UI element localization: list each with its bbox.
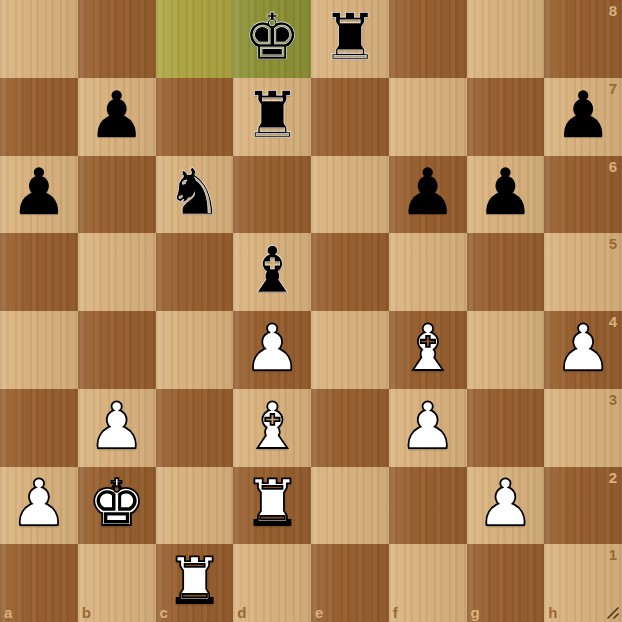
- square-c5[interactable]: [156, 233, 234, 311]
- square-f4[interactable]: ♝: [389, 311, 467, 389]
- square-c1[interactable]: ♜c: [156, 544, 234, 622]
- board-resize-handle[interactable]: [605, 605, 620, 620]
- file-label-c: c: [160, 604, 168, 621]
- piece-black-rook-d7[interactable]: ♜: [243, 83, 300, 151]
- square-a8[interactable]: [0, 0, 78, 78]
- square-d2[interactable]: ♜: [233, 467, 311, 545]
- square-g3[interactable]: [467, 389, 545, 467]
- square-g4[interactable]: [467, 311, 545, 389]
- square-e6[interactable]: [311, 156, 389, 234]
- square-c7[interactable]: [156, 78, 234, 156]
- square-f3[interactable]: ♟: [389, 389, 467, 467]
- piece-white-rook-d2[interactable]: ♜: [243, 471, 300, 539]
- piece-white-pawn-f3[interactable]: ♟: [399, 394, 456, 462]
- chess-board-container: ♚♜8♟♜♟7♟♞♟♟6♝5♟♝♟4♟♝♟3♟♚♜♟2ab♜cdefg1h: [0, 0, 622, 622]
- square-a5[interactable]: [0, 233, 78, 311]
- piece-black-pawn-g6[interactable]: ♟: [477, 160, 534, 228]
- file-label-b: b: [82, 604, 91, 621]
- square-a1[interactable]: a: [0, 544, 78, 622]
- piece-black-pawn-b7[interactable]: ♟: [88, 83, 145, 151]
- square-b5[interactable]: [78, 233, 156, 311]
- file-label-f: f: [393, 604, 398, 621]
- piece-black-bishop-d5[interactable]: ♝: [243, 238, 300, 306]
- piece-white-king-b2[interactable]: ♚: [88, 471, 145, 539]
- square-c8[interactable]: [156, 0, 234, 78]
- square-d7[interactable]: ♜: [233, 78, 311, 156]
- square-e5[interactable]: [311, 233, 389, 311]
- square-e1[interactable]: e: [311, 544, 389, 622]
- square-c2[interactable]: [156, 467, 234, 545]
- file-label-a: a: [4, 604, 12, 621]
- square-h4[interactable]: ♟4: [544, 311, 622, 389]
- square-b1[interactable]: b: [78, 544, 156, 622]
- chess-board: ♚♜8♟♜♟7♟♞♟♟6♝5♟♝♟4♟♝♟3♟♚♜♟2ab♜cdefg1h: [0, 0, 622, 622]
- square-b8[interactable]: [78, 0, 156, 78]
- piece-black-pawn-a6[interactable]: ♟: [10, 160, 67, 228]
- square-e8[interactable]: ♜: [311, 0, 389, 78]
- square-h6[interactable]: 6: [544, 156, 622, 234]
- square-d3[interactable]: ♝: [233, 389, 311, 467]
- square-d8[interactable]: ♚: [233, 0, 311, 78]
- square-a4[interactable]: [0, 311, 78, 389]
- square-b3[interactable]: ♟: [78, 389, 156, 467]
- square-h7[interactable]: ♟7: [544, 78, 622, 156]
- rank-label-1: 1: [609, 546, 617, 563]
- square-b2[interactable]: ♚: [78, 467, 156, 545]
- square-g1[interactable]: g: [467, 544, 545, 622]
- file-label-d: d: [237, 604, 246, 621]
- file-label-g: g: [471, 604, 480, 621]
- piece-black-king-d8[interactable]: ♚: [243, 5, 300, 73]
- piece-black-pawn-h7[interactable]: ♟: [554, 83, 611, 151]
- rank-label-6: 6: [609, 158, 617, 175]
- square-e2[interactable]: [311, 467, 389, 545]
- square-c6[interactable]: ♞: [156, 156, 234, 234]
- piece-white-pawn-h4[interactable]: ♟: [554, 316, 611, 384]
- square-g7[interactable]: [467, 78, 545, 156]
- square-f2[interactable]: [389, 467, 467, 545]
- rank-label-4: 4: [609, 313, 617, 330]
- square-f6[interactable]: ♟: [389, 156, 467, 234]
- resize-grip-icon: [605, 605, 620, 620]
- square-h8[interactable]: 8: [544, 0, 622, 78]
- square-g6[interactable]: ♟: [467, 156, 545, 234]
- square-f1[interactable]: f: [389, 544, 467, 622]
- square-e3[interactable]: [311, 389, 389, 467]
- square-a2[interactable]: ♟: [0, 467, 78, 545]
- square-a6[interactable]: ♟: [0, 156, 78, 234]
- square-g2[interactable]: ♟: [467, 467, 545, 545]
- square-a3[interactable]: [0, 389, 78, 467]
- rank-label-7: 7: [609, 80, 617, 97]
- piece-white-pawn-a2[interactable]: ♟: [10, 471, 67, 539]
- piece-black-pawn-f6[interactable]: ♟: [399, 160, 456, 228]
- square-f8[interactable]: [389, 0, 467, 78]
- square-d4[interactable]: ♟: [233, 311, 311, 389]
- square-e4[interactable]: [311, 311, 389, 389]
- rank-label-5: 5: [609, 235, 617, 252]
- file-label-e: e: [315, 604, 323, 621]
- square-h3[interactable]: 3: [544, 389, 622, 467]
- square-d5[interactable]: ♝: [233, 233, 311, 311]
- rank-label-8: 8: [609, 2, 617, 19]
- square-a7[interactable]: [0, 78, 78, 156]
- square-c4[interactable]: [156, 311, 234, 389]
- square-d1[interactable]: d: [233, 544, 311, 622]
- piece-white-pawn-g2[interactable]: ♟: [477, 471, 534, 539]
- square-d6[interactable]: [233, 156, 311, 234]
- square-f7[interactable]: [389, 78, 467, 156]
- square-e7[interactable]: [311, 78, 389, 156]
- square-b4[interactable]: [78, 311, 156, 389]
- square-b6[interactable]: [78, 156, 156, 234]
- square-b7[interactable]: ♟: [78, 78, 156, 156]
- piece-black-knight-c6[interactable]: ♞: [166, 160, 223, 228]
- rank-label-2: 2: [609, 469, 617, 486]
- rank-label-3: 3: [609, 391, 617, 408]
- square-h2[interactable]: 2: [544, 467, 622, 545]
- square-f5[interactable]: [389, 233, 467, 311]
- piece-white-pawn-b3[interactable]: ♟: [88, 394, 145, 462]
- piece-white-bishop-d3[interactable]: ♝: [243, 394, 300, 462]
- piece-white-rook-c1[interactable]: ♜: [166, 549, 223, 617]
- square-c3[interactable]: [156, 389, 234, 467]
- piece-white-bishop-f4[interactable]: ♝: [399, 316, 456, 384]
- piece-black-rook-e8[interactable]: ♜: [321, 5, 378, 73]
- square-g8[interactable]: [467, 0, 545, 78]
- file-label-h: h: [548, 604, 557, 621]
- square-g5[interactable]: [467, 233, 545, 311]
- piece-white-pawn-d4[interactable]: ♟: [243, 316, 300, 384]
- square-h5[interactable]: 5: [544, 233, 622, 311]
